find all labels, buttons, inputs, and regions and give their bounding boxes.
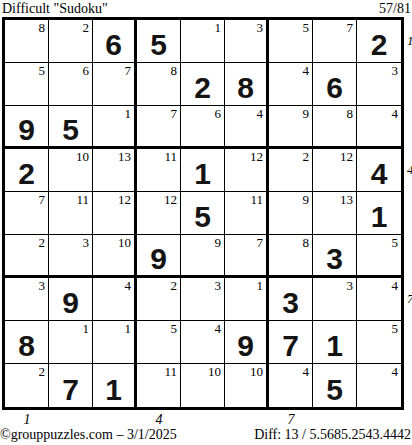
pencil-number: 1 bbox=[257, 278, 264, 293]
col-label-4: 4 bbox=[156, 412, 163, 427]
pencil-number: 7 bbox=[39, 192, 46, 207]
cell-r7c6[interactable]: 1 bbox=[225, 278, 269, 321]
cell-r3c6[interactable]: 4 bbox=[225, 106, 269, 149]
pencil-number: 8 bbox=[171, 63, 178, 78]
cell-digit: 6 bbox=[105, 30, 122, 60]
pencil-number: 10 bbox=[118, 235, 131, 250]
cell-r1c2[interactable]: 2 bbox=[49, 20, 93, 63]
cell-r2c2[interactable]: 6 bbox=[49, 63, 93, 106]
cell-r5c7[interactable]: 9 bbox=[269, 192, 313, 235]
copyright-date: ©grouppuzzles.com – 3/1/2025 bbox=[0, 427, 177, 443]
row-label-7: 7 bbox=[407, 292, 412, 306]
pencil-number: 2 bbox=[171, 278, 178, 293]
cell-r6c1[interactable]: 2 bbox=[5, 235, 49, 278]
pencil-number: 5 bbox=[392, 321, 399, 336]
cell-r5c9[interactable]: 1 bbox=[357, 192, 401, 235]
col-label-7: 7 bbox=[288, 412, 295, 427]
cell-r3c3[interactable]: 1 bbox=[93, 106, 137, 149]
cell-r7c5[interactable]: 3 bbox=[181, 278, 225, 321]
cell-r8c3[interactable]: 1 bbox=[93, 321, 137, 364]
pencil-number: 4 bbox=[303, 63, 310, 78]
cell-digit: 1 bbox=[105, 375, 122, 405]
cell-digit: 7 bbox=[282, 331, 299, 361]
cell-r8c5[interactable]: 4 bbox=[181, 321, 225, 364]
cell-digit: 2 bbox=[371, 30, 388, 60]
cell-digit: 5 bbox=[194, 202, 211, 232]
progress-counter: 57/81 bbox=[379, 1, 411, 17]
cell-r4c7[interactable]: 2 bbox=[269, 149, 313, 192]
cell-r2c3[interactable]: 7 bbox=[93, 63, 137, 106]
cell-r9c2[interactable]: 7 bbox=[49, 364, 93, 407]
cell-r6c5[interactable]: 9 bbox=[181, 235, 225, 278]
cell-r9c5[interactable]: 10 bbox=[181, 364, 225, 407]
cell-r1c9[interactable]: 2 bbox=[357, 20, 401, 63]
cell-r7c1[interactable]: 3 bbox=[5, 278, 49, 321]
pencil-number: 2 bbox=[83, 20, 90, 35]
cell-r1c6[interactable]: 3 bbox=[225, 20, 269, 63]
cell-r7c3[interactable]: 4 bbox=[93, 278, 137, 321]
sudoku-page: Difficult "Sudoku" 57/81 826513572567828… bbox=[0, 0, 412, 445]
pencil-number: 3 bbox=[257, 20, 264, 35]
cell-r9c7[interactable]: 4 bbox=[269, 364, 313, 407]
pencil-number: 7 bbox=[171, 106, 178, 121]
pencil-number: 10 bbox=[208, 364, 221, 379]
pencil-number: 1 bbox=[215, 20, 222, 35]
cell-r9c6[interactable]: 10 bbox=[225, 364, 269, 407]
pencil-number: 2 bbox=[303, 149, 310, 164]
cell-r2c7[interactable]: 4 bbox=[269, 63, 313, 106]
pencil-number: 3 bbox=[347, 278, 354, 293]
cell-digit: 8 bbox=[237, 73, 254, 103]
pencil-number: 5 bbox=[39, 63, 46, 78]
cell-digit: 7 bbox=[62, 375, 79, 405]
page-title: Difficult "Sudoku" bbox=[2, 1, 108, 17]
cell-digit: 5 bbox=[62, 115, 79, 145]
pencil-number: 4 bbox=[125, 278, 132, 293]
cell-r6c7[interactable]: 8 bbox=[269, 235, 313, 278]
cell-r4c9[interactable]: 4 bbox=[357, 149, 401, 192]
cell-digit: 5 bbox=[326, 375, 343, 405]
cell-digit: 2 bbox=[18, 159, 35, 189]
pencil-number: 5 bbox=[392, 235, 399, 250]
cell-r6c8[interactable]: 3 bbox=[313, 235, 357, 278]
cell-r4c8[interactable]: 12 bbox=[313, 149, 357, 192]
cell-r2c6[interactable]: 8 bbox=[225, 63, 269, 106]
cell-r2c8[interactable]: 6 bbox=[313, 63, 357, 106]
cell-r3c8[interactable]: 8 bbox=[313, 106, 357, 149]
pencil-number: 10 bbox=[250, 364, 263, 379]
cell-r8c7[interactable]: 7 bbox=[269, 321, 313, 364]
cell-r7c4[interactable]: 2 bbox=[137, 278, 181, 321]
pencil-number: 11 bbox=[250, 192, 263, 207]
cell-r7c2[interactable]: 9 bbox=[49, 278, 93, 321]
cell-r1c1[interactable]: 8 bbox=[5, 20, 49, 63]
cell-r8c8[interactable]: 1 bbox=[313, 321, 357, 364]
cell-digit: 5 bbox=[150, 30, 167, 60]
cell-digit: 3 bbox=[326, 244, 343, 274]
cell-r8c9[interactable]: 5 bbox=[357, 321, 401, 364]
pencil-number: 6 bbox=[215, 106, 222, 121]
pencil-number: 7 bbox=[125, 63, 132, 78]
pencil-number: 8 bbox=[303, 235, 310, 250]
cell-r5c5[interactable]: 5 bbox=[181, 192, 225, 235]
cell-r4c5[interactable]: 1 bbox=[181, 149, 225, 192]
pencil-number: 8 bbox=[347, 106, 354, 121]
row-label-1: 1 bbox=[407, 34, 412, 48]
cell-r6c3[interactable]: 10 bbox=[93, 235, 137, 278]
cell-r3c1[interactable]: 9 bbox=[5, 106, 49, 149]
pencil-number: 12 bbox=[118, 192, 131, 207]
cell-digit: 1 bbox=[194, 159, 211, 189]
cell-r1c8[interactable]: 7 bbox=[313, 20, 357, 63]
pencil-number: 6 bbox=[83, 63, 90, 78]
pencil-number: 1 bbox=[125, 106, 132, 121]
cell-r5c8[interactable]: 13 bbox=[313, 192, 357, 235]
cell-digit: 6 bbox=[326, 73, 343, 103]
row-label-4: 4 bbox=[407, 163, 412, 177]
cell-r2c4[interactable]: 8 bbox=[137, 63, 181, 106]
cell-r3c4[interactable]: 7 bbox=[137, 106, 181, 149]
cell-r6c6[interactable]: 7 bbox=[225, 235, 269, 278]
cell-digit: 9 bbox=[150, 244, 167, 274]
cell-digit: 9 bbox=[237, 331, 254, 361]
cell-digit: 3 bbox=[282, 288, 299, 318]
cell-r3c5[interactable]: 6 bbox=[181, 106, 225, 149]
pencil-number: 12 bbox=[250, 149, 263, 164]
cell-r1c4[interactable]: 5 bbox=[137, 20, 181, 63]
cell-r4c2[interactable]: 10 bbox=[49, 149, 93, 192]
cell-r5c1[interactable]: 7 bbox=[5, 192, 49, 235]
cell-r5c4[interactable]: 12 bbox=[137, 192, 181, 235]
cell-r6c9[interactable]: 5 bbox=[357, 235, 401, 278]
pencil-number: 12 bbox=[340, 149, 353, 164]
pencil-number: 12 bbox=[164, 192, 177, 207]
pencil-number: 5 bbox=[171, 321, 178, 336]
cell-r9c1[interactable]: 2 bbox=[5, 364, 49, 407]
cell-r9c8[interactable]: 5 bbox=[313, 364, 357, 407]
pencil-number: 9 bbox=[303, 106, 310, 121]
cell-r7c8[interactable]: 3 bbox=[313, 278, 357, 321]
cell-r2c1[interactable]: 5 bbox=[5, 63, 49, 106]
pencil-number: 2 bbox=[39, 364, 46, 379]
pencil-number: 4 bbox=[303, 364, 310, 379]
pencil-number: 4 bbox=[392, 364, 399, 379]
cell-r4c4[interactable]: 11 bbox=[137, 149, 181, 192]
cell-r5c6[interactable]: 11 bbox=[225, 192, 269, 235]
cell-r6c2[interactable]: 3 bbox=[49, 235, 93, 278]
cell-r2c9[interactable]: 3 bbox=[357, 63, 401, 106]
pencil-number: 5 bbox=[303, 20, 310, 35]
pencil-number: 9 bbox=[303, 192, 310, 207]
difficulty-code: Diff: 13 / 5.5685.2543.4442 bbox=[254, 427, 411, 443]
pencil-number: 3 bbox=[392, 63, 399, 78]
cell-r4c3[interactable]: 13 bbox=[93, 149, 137, 192]
cell-r2c5[interactable]: 2 bbox=[181, 63, 225, 106]
cell-digit: 9 bbox=[62, 288, 79, 318]
pencil-number: 2 bbox=[39, 235, 46, 250]
cell-r7c9[interactable]: 4 bbox=[357, 278, 401, 321]
pencil-number: 1 bbox=[83, 321, 90, 336]
cell-r1c3[interactable]: 6 bbox=[93, 20, 137, 63]
pencil-number: 11 bbox=[76, 192, 89, 207]
cell-r9c4[interactable]: 11 bbox=[137, 364, 181, 407]
cell-r6c4[interactable]: 9 bbox=[137, 235, 181, 278]
cell-r8c2[interactable]: 1 bbox=[49, 321, 93, 364]
cell-r8c1[interactable]: 8 bbox=[5, 321, 49, 364]
cell-r7c7[interactable]: 3 bbox=[269, 278, 313, 321]
cell-digit: 8 bbox=[18, 331, 35, 361]
pencil-number: 13 bbox=[118, 149, 131, 164]
pencil-number: 3 bbox=[39, 278, 46, 293]
col-label-1: 1 bbox=[24, 412, 31, 427]
pencil-number: 7 bbox=[347, 20, 354, 35]
pencil-number: 13 bbox=[340, 192, 353, 207]
pencil-number: 8 bbox=[39, 20, 46, 35]
pencil-number: 11 bbox=[164, 149, 177, 164]
cell-r9c3[interactable]: 1 bbox=[93, 364, 137, 407]
cell-r8c4[interactable]: 5 bbox=[137, 321, 181, 364]
cell-digit: 9 bbox=[18, 115, 35, 145]
cell-r5c2[interactable]: 11 bbox=[49, 192, 93, 235]
cell-r5c3[interactable]: 12 bbox=[93, 192, 137, 235]
cell-r4c6[interactable]: 12 bbox=[225, 149, 269, 192]
pencil-number: 10 bbox=[76, 149, 89, 164]
cell-r9c9[interactable]: 4 bbox=[357, 364, 401, 407]
cell-digit: 1 bbox=[326, 331, 343, 361]
cell-digit: 2 bbox=[194, 73, 211, 103]
cell-digit: 1 bbox=[371, 202, 388, 232]
pencil-number: 3 bbox=[215, 278, 222, 293]
cell-digit: 4 bbox=[371, 159, 388, 189]
pencil-number: 11 bbox=[164, 364, 177, 379]
sudoku-board: 8265135725678284639517649842101311112212… bbox=[2, 17, 404, 410]
pencil-number: 4 bbox=[215, 321, 222, 336]
cell-r4c1[interactable]: 2 bbox=[5, 149, 49, 192]
pencil-number: 3 bbox=[83, 235, 90, 250]
cell-r3c7[interactable]: 9 bbox=[269, 106, 313, 149]
pencil-number: 1 bbox=[125, 321, 132, 336]
cell-r3c2[interactable]: 5 bbox=[49, 106, 93, 149]
pencil-number: 4 bbox=[392, 106, 399, 121]
cell-r3c9[interactable]: 4 bbox=[357, 106, 401, 149]
pencil-number: 9 bbox=[215, 235, 222, 250]
cell-r1c7[interactable]: 5 bbox=[269, 20, 313, 63]
cell-r8c6[interactable]: 9 bbox=[225, 321, 269, 364]
pencil-number: 7 bbox=[257, 235, 264, 250]
pencil-number: 4 bbox=[257, 106, 264, 121]
pencil-number: 4 bbox=[392, 278, 399, 293]
cell-r1c5[interactable]: 1 bbox=[181, 20, 225, 63]
